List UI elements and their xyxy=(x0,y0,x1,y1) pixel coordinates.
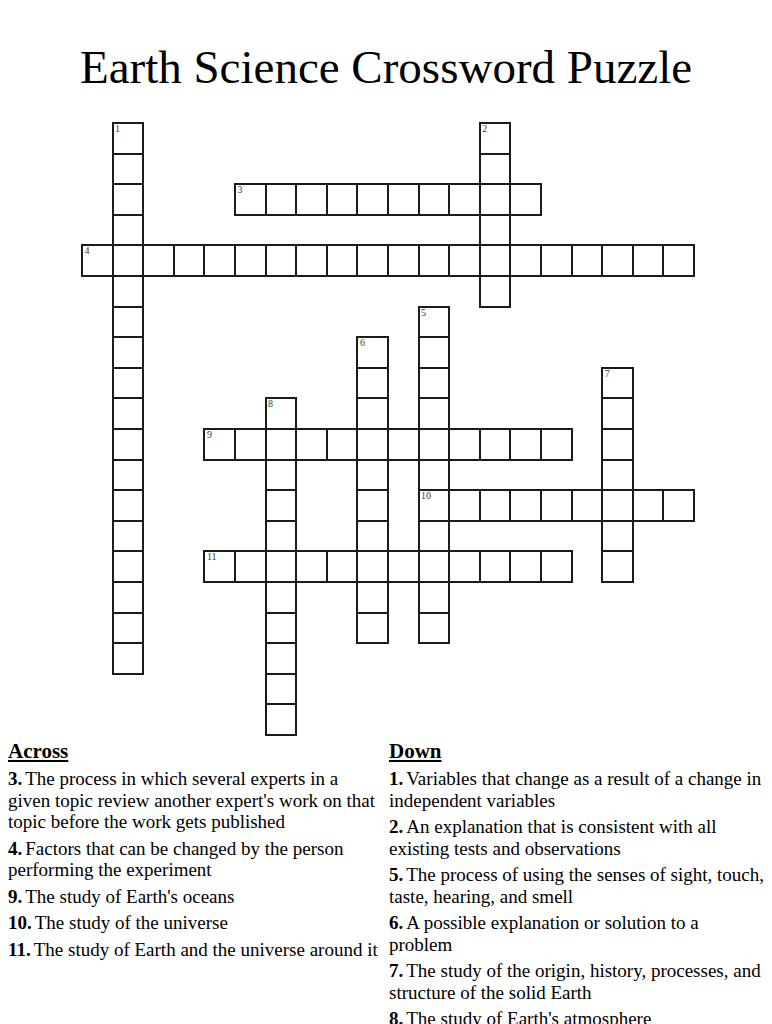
clue-down-1-text: Variables that change as a result of a c… xyxy=(389,768,761,811)
cell-r16-c11[interactable] xyxy=(418,612,451,645)
cell-r12-c1[interactable] xyxy=(112,489,145,522)
cell-r16-c6[interactable] xyxy=(265,612,298,645)
cell-r14-c6[interactable] xyxy=(265,550,298,583)
cell-r19-c6[interactable] xyxy=(265,703,298,736)
clue-down-2-number: 2. xyxy=(389,816,403,837)
clue-number-2: 2 xyxy=(482,123,487,134)
clue-across-10: 10.The study of the universe xyxy=(8,912,381,934)
clue-across-11-text: The study of Earth and the universe arou… xyxy=(34,939,378,960)
clue-number-4: 4 xyxy=(85,245,90,256)
clue-number-11: 11 xyxy=(207,551,217,562)
cell-r4-c4[interactable] xyxy=(203,244,236,277)
cell-r4-c2[interactable] xyxy=(142,244,175,277)
cell-r15-c9[interactable] xyxy=(356,581,389,614)
clue-down-8: 8.The study of Earth's atmosphere xyxy=(389,1008,765,1024)
cell-r4-c11[interactable] xyxy=(418,244,451,277)
cell-r10-c15[interactable] xyxy=(540,428,573,461)
clue-down-1: 1.Variables that change as a result of a… xyxy=(389,768,765,811)
cell-r4-c15[interactable] xyxy=(540,244,573,277)
clue-number-8: 8 xyxy=(268,398,273,409)
clue-across-11: 11.The study of Earth and the universe a… xyxy=(8,939,381,961)
cell-r12-c9[interactable] xyxy=(356,489,389,522)
across-clues: Across 3.The process in which several ex… xyxy=(8,739,381,1024)
cell-r12-c12[interactable] xyxy=(448,489,481,522)
down-clues: Down 1.Variables that change as a result… xyxy=(389,739,765,1024)
cell-r12-c19[interactable] xyxy=(662,489,695,522)
clue-across-9: 9.The study of Earth's oceans xyxy=(8,886,381,908)
cell-r12-c6[interactable] xyxy=(265,489,298,522)
clue-across-3-number: 3. xyxy=(8,768,22,789)
cell-r16-c9[interactable] xyxy=(356,612,389,645)
cell-r8-c1[interactable] xyxy=(112,367,145,400)
cell-r2-c12[interactable] xyxy=(448,183,481,216)
cell-r13-c9[interactable] xyxy=(356,520,389,553)
cell-r4-c5[interactable] xyxy=(234,244,267,277)
cell-r7-c11[interactable] xyxy=(418,336,451,369)
clue-number-5: 5 xyxy=(421,307,426,318)
clue-across-9-text: The study of Earth's oceans xyxy=(25,886,234,907)
cell-r7-c9[interactable]: 6 xyxy=(356,336,389,369)
cell-r4-c3[interactable] xyxy=(173,244,206,277)
cell-r11-c11[interactable] xyxy=(418,459,451,492)
cell-r4-c0[interactable]: 4 xyxy=(81,244,114,277)
clue-heading-across: Across xyxy=(8,739,381,763)
clue-down-6-text: A possible explanation or solution to a … xyxy=(389,912,699,955)
cell-r14-c10[interactable] xyxy=(387,550,420,583)
clue-number-3: 3 xyxy=(238,184,243,195)
cell-r12-c14[interactable] xyxy=(509,489,542,522)
cell-r5-c13[interactable] xyxy=(479,275,512,308)
cell-r2-c13[interactable] xyxy=(479,183,512,216)
cell-r9-c9[interactable] xyxy=(356,397,389,430)
clue-across-4: 4.Factors that can be changed by the per… xyxy=(8,838,381,881)
cell-r15-c11[interactable] xyxy=(418,581,451,614)
clue-down-7-text: The study of the origin, history, proces… xyxy=(389,960,761,1003)
cell-r14-c4[interactable]: 11 xyxy=(203,550,236,583)
cell-r10-c10[interactable] xyxy=(387,428,420,461)
cell-r4-c16[interactable] xyxy=(571,244,604,277)
cell-r6-c1[interactable] xyxy=(112,306,145,339)
cell-r12-c17[interactable] xyxy=(601,489,634,522)
cell-r4-c12[interactable] xyxy=(448,244,481,277)
cell-r14-c14[interactable] xyxy=(509,550,542,583)
cell-r10-c11[interactable] xyxy=(418,428,451,461)
cell-r14-c8[interactable] xyxy=(326,550,359,583)
cell-r13-c11[interactable] xyxy=(418,520,451,553)
crossword-board: 1234567891011 xyxy=(81,122,695,737)
cell-r4-c6[interactable] xyxy=(265,244,298,277)
clue-across-9-number: 9. xyxy=(8,886,22,907)
cell-r11-c1[interactable] xyxy=(112,459,145,492)
cell-r2-c7[interactable] xyxy=(295,183,328,216)
clue-across-3-text: The process in which several experts in … xyxy=(8,768,375,832)
clue-down-5-number: 5. xyxy=(389,864,403,885)
cell-r4-c1[interactable] xyxy=(112,244,145,277)
clue-across-10-number: 10. xyxy=(8,912,32,933)
cell-r13-c17[interactable] xyxy=(601,520,634,553)
cell-r3-c13[interactable] xyxy=(479,214,512,247)
cell-r4-c7[interactable] xyxy=(295,244,328,277)
cell-r2-c11[interactable] xyxy=(418,183,451,216)
cell-r10-c8[interactable] xyxy=(326,428,359,461)
clue-down-2: 2.An explanation that is consistent with… xyxy=(389,816,765,859)
cell-r2-c14[interactable] xyxy=(509,183,542,216)
clue-down-5: 5.The process of using the senses of sig… xyxy=(389,864,765,907)
cell-r13-c1[interactable] xyxy=(112,520,145,553)
cell-r10-c7[interactable] xyxy=(295,428,328,461)
cell-r12-c18[interactable] xyxy=(632,489,665,522)
cell-r4-c19[interactable] xyxy=(662,244,695,277)
cell-r3-c1[interactable] xyxy=(112,214,145,247)
cell-r14-c5[interactable] xyxy=(234,550,267,583)
cell-r15-c6[interactable] xyxy=(265,581,298,614)
cell-r4-c9[interactable] xyxy=(356,244,389,277)
cell-r0-c13[interactable]: 2 xyxy=(479,122,512,155)
clue-down-2-text: An explanation that is consistent with a… xyxy=(389,816,717,859)
cell-r11-c9[interactable] xyxy=(356,459,389,492)
cell-r4-c18[interactable] xyxy=(632,244,665,277)
clue-number-10: 10 xyxy=(421,490,431,501)
clue-across-10-text: The study of the universe xyxy=(35,912,228,933)
cell-r2-c10[interactable] xyxy=(387,183,420,216)
cell-r11-c17[interactable] xyxy=(601,459,634,492)
cell-r15-c1[interactable] xyxy=(112,581,145,614)
cell-r10-c14[interactable] xyxy=(509,428,542,461)
cell-r5-c1[interactable] xyxy=(112,275,145,308)
clue-heading-down: Down xyxy=(389,739,765,763)
clue-number-9: 9 xyxy=(207,429,212,440)
cell-r12-c11[interactable]: 10 xyxy=(418,489,451,522)
cell-r10-c6[interactable] xyxy=(265,428,298,461)
cell-r14-c13[interactable] xyxy=(479,550,512,583)
cell-r2-c5[interactable]: 3 xyxy=(234,183,267,216)
cell-r12-c15[interactable] xyxy=(540,489,573,522)
cell-r14-c9[interactable] xyxy=(356,550,389,583)
cell-r11-c6[interactable] xyxy=(265,459,298,492)
cell-r12-c13[interactable] xyxy=(479,489,512,522)
clue-down-6-number: 6. xyxy=(389,912,403,933)
cell-r14-c1[interactable] xyxy=(112,550,145,583)
cell-r14-c15[interactable] xyxy=(540,550,573,583)
clue-number-6: 6 xyxy=(360,337,365,348)
cell-r8-c11[interactable] xyxy=(418,367,451,400)
clue-number-7: 7 xyxy=(605,368,610,379)
cell-r9-c17[interactable] xyxy=(601,397,634,430)
cell-r4-c8[interactable] xyxy=(326,244,359,277)
cell-r10-c13[interactable] xyxy=(479,428,512,461)
clue-down-7-number: 7. xyxy=(389,960,403,981)
cell-r16-c1[interactable] xyxy=(112,612,145,645)
cell-r14-c12[interactable] xyxy=(448,550,481,583)
cell-r13-c6[interactable] xyxy=(265,520,298,553)
cell-r14-c11[interactable] xyxy=(418,550,451,583)
cell-r9-c11[interactable] xyxy=(418,397,451,430)
cell-r10-c5[interactable] xyxy=(234,428,267,461)
cell-r2-c8[interactable] xyxy=(326,183,359,216)
cell-r17-c1[interactable] xyxy=(112,642,145,675)
cell-r12-c16[interactable] xyxy=(571,489,604,522)
cell-r17-c6[interactable] xyxy=(265,642,298,675)
page-title: Earth Science Crossword Puzzle xyxy=(0,0,772,98)
cell-r9-c1[interactable] xyxy=(112,397,145,430)
clue-across-4-number: 4. xyxy=(8,838,22,859)
cell-r1-c13[interactable] xyxy=(479,153,512,186)
cell-r8-c17[interactable]: 7 xyxy=(601,367,634,400)
clue-down-8-number: 8. xyxy=(389,1008,403,1024)
clues-section: Across 3.The process in which several ex… xyxy=(8,739,772,1024)
cell-r2-c9[interactable] xyxy=(356,183,389,216)
cell-r10-c4[interactable]: 9 xyxy=(203,428,236,461)
cell-r0-c1[interactable]: 1 xyxy=(112,122,145,155)
cell-r4-c13[interactable] xyxy=(479,244,512,277)
clue-down-1-number: 1. xyxy=(389,768,403,789)
cell-r4-c14[interactable] xyxy=(509,244,542,277)
cell-r10-c9[interactable] xyxy=(356,428,389,461)
cell-r7-c1[interactable] xyxy=(112,336,145,369)
clue-across-3: 3.The process in which several experts i… xyxy=(8,768,381,833)
cell-r4-c17[interactable] xyxy=(601,244,634,277)
cell-r8-c9[interactable] xyxy=(356,367,389,400)
clue-down-7: 7.The study of the origin, history, proc… xyxy=(389,960,765,1003)
clue-down-5-text: The process of using the senses of sight… xyxy=(389,864,764,907)
cell-r10-c12[interactable] xyxy=(448,428,481,461)
clue-number-1: 1 xyxy=(115,123,120,134)
cell-r6-c11[interactable]: 5 xyxy=(418,306,451,339)
cell-r2-c6[interactable] xyxy=(265,183,298,216)
cell-r1-c1[interactable] xyxy=(112,153,145,186)
cell-r2-c1[interactable] xyxy=(112,183,145,216)
cell-r18-c6[interactable] xyxy=(265,673,298,706)
cell-r14-c17[interactable] xyxy=(601,550,634,583)
cell-r10-c1[interactable] xyxy=(112,428,145,461)
cell-r14-c7[interactable] xyxy=(295,550,328,583)
cell-r9-c6[interactable]: 8 xyxy=(265,397,298,430)
cell-r4-c10[interactable] xyxy=(387,244,420,277)
clue-across-11-number: 11. xyxy=(8,939,31,960)
cell-r10-c17[interactable] xyxy=(601,428,634,461)
clue-down-6: 6.A possible explanation or solution to … xyxy=(389,912,765,955)
clue-across-4-text: Factors that can be changed by the perso… xyxy=(8,838,343,881)
clue-down-8-text: The study of Earth's atmosphere xyxy=(406,1008,651,1024)
